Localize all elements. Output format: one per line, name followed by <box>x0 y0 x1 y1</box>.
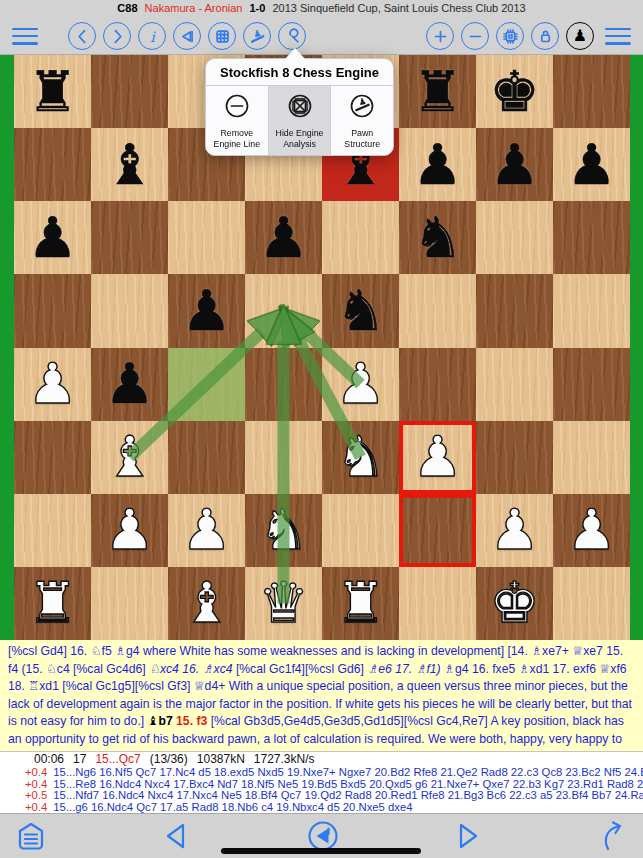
white-pawn-g2[interactable]: ♟ <box>489 502 539 558</box>
square-d2[interactable]: ♞ <box>245 494 322 567</box>
square-h1[interactable] <box>553 567 630 640</box>
square-h6[interactable] <box>553 201 630 274</box>
black-knight-f6[interactable]: ♞ <box>412 210 462 266</box>
chevron-left-icon <box>70 24 95 49</box>
annotation-area[interactable]: [%csl Gd4] 16. ♘f5 ♗g4 where White has s… <box>0 640 643 751</box>
engine-eval: +0.4 <box>25 767 47 778</box>
step-forward-icon <box>448 820 486 852</box>
lock-button[interactable] <box>531 22 559 50</box>
square-a6[interactable]: ♟ <box>14 201 91 274</box>
engine-time: 00:06 <box>34 752 64 766</box>
chevron-right-icon <box>105 24 130 49</box>
square-e3[interactable]: ♞ <box>322 421 399 494</box>
black-pawn-g7[interactable]: ♟ <box>489 137 539 193</box>
white-knight-e3[interactable]: ♞ <box>335 429 385 485</box>
engine-line-1[interactable]: +0.415...Ng6 16.Nf5 Qc7 17.Nc4 d5 18.exd… <box>0 767 643 779</box>
white-queen-d1[interactable]: ♛ <box>258 575 308 631</box>
engine-piece-icon: ♟ <box>573 28 587 44</box>
square-b6[interactable] <box>91 201 168 274</box>
square-e2[interactable] <box>322 494 399 567</box>
square-a4[interactable]: ♟ <box>14 348 91 421</box>
square-a3[interactable] <box>14 421 91 494</box>
menu-icon[interactable] <box>12 28 38 45</box>
square-a7[interactable] <box>14 128 91 201</box>
square-a5[interactable] <box>14 274 91 347</box>
white-pawn-c2[interactable]: ♟ <box>181 502 231 558</box>
square-g2[interactable]: ♟ <box>476 494 553 567</box>
branch-icon <box>594 820 632 852</box>
engine-best-move: 15...Qc7 <box>95 752 140 766</box>
info-icon: i <box>140 24 165 49</box>
home-indicator[interactable] <box>221 848 421 854</box>
pawn-wedge-icon: ♟ <box>345 91 379 125</box>
square-a2[interactable] <box>14 494 91 567</box>
square-e4[interactable]: ♟ <box>322 348 399 421</box>
engine-tools-button[interactable] <box>278 22 306 50</box>
takeback-button[interactable] <box>173 22 201 50</box>
popup-title: Stockfish 8 Chess Engine <box>206 59 393 86</box>
black-pawn-h7[interactable]: ♟ <box>566 137 616 193</box>
board-right-edge <box>630 55 643 640</box>
white-bishop-b3[interactable]: ♝ <box>104 429 154 485</box>
game-list-icon <box>12 820 50 852</box>
square-f1[interactable] <box>399 567 476 640</box>
engine-eval: +0.4 <box>25 779 47 790</box>
plus-icon <box>428 24 453 49</box>
white-rook-e1[interactable]: ♜ <box>335 575 385 631</box>
white-pawn-f3[interactable]: ♟ <box>412 429 462 485</box>
square-d4[interactable] <box>245 348 322 421</box>
square-b5[interactable] <box>91 274 168 347</box>
pawn-structure-popup-button[interactable]: ♟ Pawn Structure <box>330 86 393 155</box>
engine-eval: +0.5 <box>25 790 47 801</box>
square-f3[interactable]: ♟ <box>399 421 476 494</box>
svg-text:♟: ♟ <box>252 26 262 38</box>
pawn-structure-icon: ♟ <box>245 24 270 49</box>
zoom-in-button[interactable] <box>426 22 454 50</box>
square-a8[interactable]: ♜ <box>14 55 91 128</box>
black-pawn-b4[interactable]: ♟ <box>104 356 154 412</box>
white-knight-d2[interactable]: ♞ <box>258 502 308 558</box>
square-h5[interactable] <box>553 274 630 347</box>
square-f2[interactable] <box>399 494 476 567</box>
square-f7[interactable]: ♟ <box>399 128 476 201</box>
square-a1[interactable]: ♜ <box>14 567 91 640</box>
popup-pointer <box>285 48 305 59</box>
black-rook-f8[interactable]: ♜ <box>412 64 462 120</box>
engine-button[interactable] <box>496 22 524 50</box>
engine-depth: 17 <box>73 752 86 766</box>
white-rook-a1[interactable]: ♜ <box>27 575 77 631</box>
square-g3[interactable] <box>476 421 553 494</box>
square-c6[interactable] <box>168 201 245 274</box>
square-h4[interactable] <box>553 348 630 421</box>
square-b8[interactable] <box>91 55 168 128</box>
black-pawn-a6[interactable]: ♟ <box>27 210 77 266</box>
white-king-g1[interactable]: ♚ <box>489 575 539 631</box>
black-knight-e5[interactable]: ♞ <box>335 283 385 339</box>
black-pawn-c5[interactable]: ♟ <box>181 283 231 339</box>
board-left-edge <box>0 55 14 640</box>
square-c3[interactable] <box>168 421 245 494</box>
game-list-button[interactable] <box>12 820 50 852</box>
white-pawn-b2[interactable]: ♟ <box>104 502 154 558</box>
engine-line-4[interactable]: +0.415...g6 16.Ndc4 Qc7 17.a5 Rad8 18.Nb… <box>0 802 643 814</box>
minus-circle-icon <box>220 91 254 125</box>
annotation-segment-6[interactable]: 15. f3 <box>176 714 211 728</box>
square-b4[interactable]: ♟ <box>91 348 168 421</box>
engine-popup: Stockfish 8 Chess Engine Remove Engine L… <box>205 47 394 156</box>
step-forward-button[interactable] <box>448 820 486 852</box>
square-d5[interactable] <box>245 274 322 347</box>
chip-icon <box>498 24 523 49</box>
square-f4[interactable] <box>399 348 476 421</box>
square-b2[interactable]: ♟ <box>91 494 168 567</box>
square-e1[interactable]: ♜ <box>322 567 399 640</box>
square-g5[interactable] <box>476 274 553 347</box>
engine-moves: 15...Re8 16.Ndc4 Nxc4 17.Bxc4 Nd7 18.Nf5… <box>53 779 643 790</box>
game-header: C88 Nakamura - Aronian 1-0 2013 Sinquefi… <box>0 0 643 17</box>
square-f5[interactable] <box>399 274 476 347</box>
step-back-button[interactable] <box>158 820 196 852</box>
black-pawn-f7[interactable]: ♟ <box>412 137 462 193</box>
chess-app: C88 Nakamura - Aronian 1-0 2013 Sinquefi… <box>0 0 643 858</box>
hide-engine-analysis-button[interactable]: Hide Engine Analysis <box>268 86 331 155</box>
square-g7[interactable]: ♟ <box>476 128 553 201</box>
square-g8[interactable]: ♚ <box>476 55 553 128</box>
white-pawn-h2[interactable]: ♟ <box>566 502 616 558</box>
square-d3[interactable] <box>245 421 322 494</box>
svg-text:i: i <box>150 28 156 44</box>
info-button[interactable]: i <box>138 22 166 50</box>
back-move-button[interactable] <box>68 22 96 50</box>
white-pawn-e4[interactable]: ♟ <box>335 356 385 412</box>
square-g1[interactable]: ♚ <box>476 567 553 640</box>
engine-nodes: 10387kN <box>197 752 245 766</box>
square-g6[interactable] <box>476 201 553 274</box>
step-back-icon <box>158 820 196 852</box>
engine-progress: (13/36) <box>150 752 188 766</box>
square-h8[interactable] <box>553 55 630 128</box>
square-g4[interactable] <box>476 348 553 421</box>
board-grid-icon <box>210 24 235 49</box>
zoom-out-button[interactable] <box>461 22 489 50</box>
engine-play-button[interactable]: ♟ <box>566 22 594 50</box>
engine-line-3[interactable]: +0.515...Nfd7 16.Ndc4 Nxc4 17.Nxc4 Ne5 1… <box>0 790 643 802</box>
annotation-segment-3: ♗e6 17. ♗f1) <box>367 662 444 676</box>
black-pawn-d6[interactable]: ♟ <box>258 210 308 266</box>
engine-moves: 15...Ng6 16.Nf5 Qc7 17.Nc4 d5 18.exd5 Nx… <box>53 767 643 778</box>
players: Nakamura - Aronian <box>145 2 243 14</box>
black-rook-a8[interactable]: ♜ <box>27 64 77 120</box>
engine-moves: 15...g6 16.Ndc4 Qc7 17.a5 Rad8 18.Nb6 c4… <box>53 802 412 813</box>
square-h3[interactable] <box>553 421 630 494</box>
menu-right-icon[interactable] <box>605 28 631 45</box>
square-e5[interactable]: ♞ <box>322 274 399 347</box>
branch-button[interactable] <box>594 820 632 852</box>
black-bishop-b7[interactable]: ♝ <box>104 137 154 193</box>
wrench-icon <box>280 24 305 49</box>
square-e6[interactable] <box>322 201 399 274</box>
square-c4[interactable] <box>168 348 245 421</box>
square-d1[interactable]: ♛ <box>245 567 322 640</box>
annotation-segment-2: [%cal Gc1f4][%csl Gd6] <box>236 662 367 676</box>
engine-status: 00:061715...Qc7(13/36)10387kN1727.3kN/s <box>0 751 643 767</box>
square-f8[interactable]: ♜ <box>399 55 476 128</box>
black-king-g8[interactable]: ♚ <box>489 64 539 120</box>
result: 1-0 <box>250 2 266 14</box>
square-c5[interactable]: ♟ <box>168 274 245 347</box>
pawn-structure-button[interactable]: ♟ <box>243 22 271 50</box>
square-b7[interactable]: ♝ <box>91 128 168 201</box>
square-h7[interactable]: ♟ <box>553 128 630 201</box>
svg-text:♟: ♟ <box>358 96 368 107</box>
takeback-icon <box>175 24 200 49</box>
forward-move-button[interactable] <box>103 22 131 50</box>
chip-circle-icon <box>283 91 317 125</box>
engine-moves: 15...Nfd7 16.Ndc4 Nxc4 17.Nxc4 Ne5 18.Bf… <box>53 790 643 801</box>
engine-speed: 1727.3kN/s <box>254 752 315 766</box>
square-b3[interactable]: ♝ <box>91 421 168 494</box>
lock-icon <box>533 24 558 49</box>
square-b1[interactable] <box>91 567 168 640</box>
engine-eval: +0.4 <box>25 802 47 813</box>
eco-code: C88 <box>117 2 137 14</box>
bottom-bar <box>0 813 643 858</box>
engine-line-2[interactable]: +0.415...Re8 16.Ndc4 Nxc4 17.Bxc4 Nd7 18… <box>0 779 643 791</box>
engine-lines: +0.415...Ng6 16.Nf5 Qc7 17.Nc4 d5 18.exd… <box>0 767 643 813</box>
square-c1[interactable]: ♝ <box>168 567 245 640</box>
square-h2[interactable]: ♟ <box>553 494 630 567</box>
annotation-segment-1: ♘xc4 16. ♗xc4 <box>149 662 236 676</box>
annotation-segment-5[interactable]: ♝b7 <box>148 714 177 728</box>
square-c2[interactable]: ♟ <box>168 494 245 567</box>
white-bishop-c1[interactable]: ♝ <box>181 575 231 631</box>
remove-engine-line-button[interactable]: Remove Engine Line <box>206 86 268 155</box>
white-pawn-a4[interactable]: ♟ <box>27 356 77 412</box>
square-f6[interactable]: ♞ <box>399 201 476 274</box>
event: 2013 Sinquefield Cup, Saint Louis Chess … <box>272 2 525 14</box>
board-button[interactable] <box>208 22 236 50</box>
minus-icon <box>463 24 488 49</box>
square-d6[interactable]: ♟ <box>245 201 322 274</box>
